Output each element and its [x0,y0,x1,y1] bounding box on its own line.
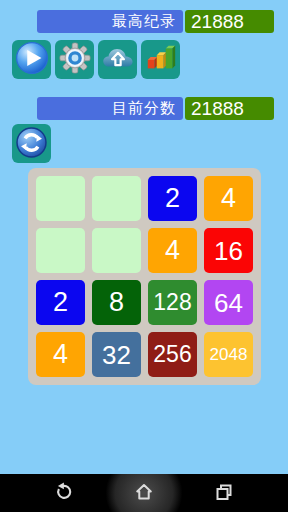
best-score-bar: 最高纪录 21888 [37,10,274,33]
refresh-button[interactable] [12,124,51,163]
tile-empty [92,176,141,221]
tile-2048: 2048 [204,332,253,377]
recents-icon [213,481,235,506]
current-score-label: 目前分数 [37,97,183,120]
app-screen: 最高纪录 21888 [0,0,288,512]
toolbar [12,40,180,79]
home-icon [133,481,155,506]
best-score-value: 21888 [185,10,274,33]
tile-empty [36,228,85,273]
bar-chart-icon [144,41,178,78]
tile-4: 4 [36,332,85,377]
tile-256: 256 [148,332,197,377]
tile-64: 64 [204,280,253,325]
nav-home-button[interactable] [106,474,182,512]
refresh-icon [15,126,48,162]
tile-16: 16 [204,228,253,273]
tile-empty [92,228,141,273]
tile-2: 2 [36,280,85,325]
tile-4: 4 [148,228,197,273]
tile-32: 32 [92,332,141,377]
back-icon [53,481,75,506]
tile-128: 128 [148,280,197,325]
board-grid[interactable]: 2441628128644322562048 [28,168,261,385]
play-button[interactable] [12,40,51,79]
upload-button[interactable] [98,40,137,79]
tile-4: 4 [204,176,253,221]
gear-icon [58,41,92,78]
settings-button[interactable] [55,40,94,79]
current-score-value: 21888 [185,97,274,120]
android-nav-bar [0,474,288,512]
nav-recents-button[interactable] [186,474,262,512]
current-score-bar: 目前分数 21888 [37,97,274,120]
tile-empty [36,176,85,221]
stats-button[interactable] [141,40,180,79]
tile-8: 8 [92,280,141,325]
best-score-label: 最高纪录 [37,10,183,33]
nav-back-button[interactable] [26,474,102,512]
cloud-upload-icon [101,41,135,78]
play-icon [15,41,49,78]
tile-2: 2 [148,176,197,221]
